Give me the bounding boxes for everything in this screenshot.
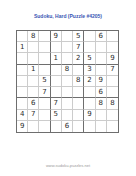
cell-r4c8[interactable]	[96, 65, 107, 76]
cell-r1c1[interactable]	[17, 31, 28, 42]
page-title: Sudoku, Hard (Puzzle #4205)	[0, 13, 136, 19]
cell-r1c6[interactable]: 5	[73, 31, 84, 42]
cell-r8c1[interactable]: 4	[17, 110, 28, 121]
cell-r9c6[interactable]	[73, 121, 84, 132]
cell-r5c9[interactable]	[107, 76, 118, 87]
cell-r9c3[interactable]	[39, 121, 50, 132]
cell-r8c8[interactable]	[96, 110, 107, 121]
cell-r7c5[interactable]	[62, 98, 73, 109]
cell-r6c6[interactable]	[73, 87, 84, 98]
cell-r2c6[interactable]: 7	[73, 42, 84, 53]
cell-r3c7[interactable]: 5	[84, 53, 95, 64]
cell-r6c9[interactable]	[107, 87, 118, 98]
cell-r8c2[interactable]: 7	[28, 110, 39, 121]
cell-r4c4[interactable]	[51, 65, 62, 76]
footer-url: www.sudoku-puzzles.net	[0, 163, 136, 168]
sudoku-board: 895617125918375829766788475996	[16, 30, 119, 133]
cell-r9c4[interactable]	[51, 121, 62, 132]
cell-r6c3[interactable]: 7	[39, 87, 50, 98]
cell-r5c7[interactable]: 2	[84, 76, 95, 87]
cell-r2c1[interactable]: 1	[17, 42, 28, 53]
cell-r4c5[interactable]: 8	[62, 65, 73, 76]
cell-r1c8[interactable]: 6	[96, 31, 107, 42]
cell-r1c3[interactable]	[39, 31, 50, 42]
cell-r9c8[interactable]	[96, 121, 107, 132]
cell-r5c1[interactable]	[17, 76, 28, 87]
cell-r2c4[interactable]	[51, 42, 62, 53]
cell-r9c9[interactable]	[107, 121, 118, 132]
cell-r4c7[interactable]: 3	[84, 65, 95, 76]
cell-r8c9[interactable]	[107, 110, 118, 121]
cell-r5c2[interactable]	[28, 76, 39, 87]
cell-r9c7[interactable]	[84, 121, 95, 132]
cell-r3c9[interactable]: 9	[107, 53, 118, 64]
cell-r6c2[interactable]	[28, 87, 39, 98]
cell-r4c2[interactable]: 1	[28, 65, 39, 76]
cell-r2c8[interactable]	[96, 42, 107, 53]
cell-r8c3[interactable]	[39, 110, 50, 121]
cell-r7c4[interactable]: 7	[51, 98, 62, 109]
cell-r1c5[interactable]	[62, 31, 73, 42]
cell-r2c3[interactable]	[39, 42, 50, 53]
cell-r5c3[interactable]: 5	[39, 76, 50, 87]
cell-r4c9[interactable]: 7	[107, 65, 118, 76]
cell-r3c3[interactable]	[39, 53, 50, 64]
cell-r7c3[interactable]	[39, 98, 50, 109]
cell-r9c5[interactable]: 6	[62, 121, 73, 132]
cell-r3c5[interactable]	[62, 53, 73, 64]
cell-r1c4[interactable]: 9	[51, 31, 62, 42]
cell-r6c8[interactable]: 6	[96, 87, 107, 98]
cell-r6c5[interactable]	[62, 87, 73, 98]
cell-r3c1[interactable]	[17, 53, 28, 64]
cell-r7c1[interactable]	[17, 98, 28, 109]
cell-r6c7[interactable]	[84, 87, 95, 98]
cell-r5c5[interactable]	[62, 76, 73, 87]
cell-r2c2[interactable]	[28, 42, 39, 53]
cell-r7c7[interactable]	[84, 98, 95, 109]
cell-r8c5[interactable]	[62, 110, 73, 121]
cell-r3c8[interactable]	[96, 53, 107, 64]
cell-r6c4[interactable]	[51, 87, 62, 98]
cell-r9c1[interactable]: 9	[17, 121, 28, 132]
cell-r5c4[interactable]	[51, 76, 62, 87]
cell-r8c4[interactable]: 5	[51, 110, 62, 121]
sudoku-sheet: Sudoku, Hard (Puzzle #4205) 895617125918…	[0, 0, 136, 176]
cell-r1c9[interactable]	[107, 31, 118, 42]
cell-r8c6[interactable]	[73, 110, 84, 121]
cell-r7c9[interactable]: 8	[107, 98, 118, 109]
cell-r7c8[interactable]: 8	[96, 98, 107, 109]
cell-r3c4[interactable]: 1	[51, 53, 62, 64]
cell-r7c6[interactable]	[73, 98, 84, 109]
cell-r3c2[interactable]	[28, 53, 39, 64]
cell-r1c2[interactable]: 8	[28, 31, 39, 42]
cell-r3c6[interactable]: 2	[73, 53, 84, 64]
cell-r5c6[interactable]: 8	[73, 76, 84, 87]
cell-r1c7[interactable]	[84, 31, 95, 42]
cell-r6c1[interactable]	[17, 87, 28, 98]
cell-r7c2[interactable]: 6	[28, 98, 39, 109]
cell-r2c5[interactable]	[62, 42, 73, 53]
cell-r4c6[interactable]	[73, 65, 84, 76]
cell-r2c7[interactable]	[84, 42, 95, 53]
cell-r8c7[interactable]: 9	[84, 110, 95, 121]
cell-r5c8[interactable]: 9	[96, 76, 107, 87]
cell-r4c3[interactable]	[39, 65, 50, 76]
cell-r4c1[interactable]	[17, 65, 28, 76]
cell-r2c9[interactable]	[107, 42, 118, 53]
cell-r9c2[interactable]	[28, 121, 39, 132]
